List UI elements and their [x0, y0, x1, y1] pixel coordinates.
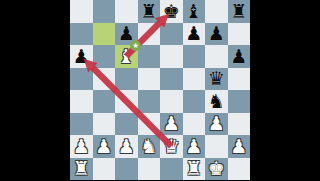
piece-wp-h2[interactable]: ♟	[230, 136, 247, 155]
square-a4[interactable]	[70, 90, 93, 113]
square-f2[interactable]: ♟	[183, 135, 206, 158]
square-g2[interactable]	[205, 135, 228, 158]
square-e5[interactable]	[160, 68, 183, 91]
piece-wk-g1[interactable]: ♚	[208, 159, 225, 178]
piece-bn-g4[interactable]: ♞	[208, 91, 225, 110]
square-f8[interactable]: ♝	[183, 0, 206, 23]
square-c4[interactable]	[115, 90, 138, 113]
square-h6[interactable]: ♟	[228, 45, 251, 68]
square-a3[interactable]	[70, 113, 93, 136]
square-a2[interactable]: ♟	[70, 135, 93, 158]
square-b7[interactable]	[93, 23, 116, 46]
square-b8[interactable]	[93, 0, 116, 23]
square-d7[interactable]	[138, 23, 161, 46]
square-h7[interactable]	[228, 23, 251, 46]
piece-bk-e8[interactable]: ♚	[163, 1, 180, 20]
square-b6[interactable]	[93, 45, 116, 68]
square-g3[interactable]: ♟	[205, 113, 228, 136]
square-b1[interactable]	[93, 158, 116, 181]
piece-bq-g5[interactable]: ♛	[208, 69, 225, 88]
square-c2[interactable]: ♟	[115, 135, 138, 158]
square-g6[interactable]	[205, 45, 228, 68]
square-d1[interactable]	[138, 158, 161, 181]
square-c5[interactable]	[115, 68, 138, 91]
piece-wp-g3[interactable]: ♟	[208, 114, 225, 133]
square-d2[interactable]: ♞	[138, 135, 161, 158]
piece-bp-a6[interactable]: ♟	[73, 46, 90, 65]
square-e2[interactable]: ♛	[160, 135, 183, 158]
square-d8[interactable]: ♜	[138, 0, 161, 23]
square-c8[interactable]	[115, 0, 138, 23]
piece-br-d8[interactable]: ♜	[140, 1, 157, 20]
square-h4[interactable]	[228, 90, 251, 113]
square-f1[interactable]: ♜	[183, 158, 206, 181]
piece-bp-f7[interactable]: ♟	[185, 24, 202, 43]
piece-wr-f1[interactable]: ♜	[185, 159, 202, 178]
square-f6[interactable]	[183, 45, 206, 68]
square-d3[interactable]	[138, 113, 161, 136]
square-d4[interactable]	[138, 90, 161, 113]
square-e3[interactable]: ♟	[160, 113, 183, 136]
square-g5[interactable]: ♛	[205, 68, 228, 91]
piece-wr-a1[interactable]: ♜	[73, 159, 90, 178]
square-d6[interactable]	[138, 45, 161, 68]
square-c3[interactable]	[115, 113, 138, 136]
piece-bp-c7[interactable]: ♟	[118, 24, 135, 43]
square-b3[interactable]	[93, 113, 116, 136]
piece-wp-f2[interactable]: ♟	[185, 136, 202, 155]
square-c6[interactable]: ♝	[115, 45, 138, 68]
square-f3[interactable]	[183, 113, 206, 136]
square-a5[interactable]	[70, 68, 93, 91]
chess-board: ♜♚♝♜♟♟♟♟♝♟♛♞♟♟♟♟♟♞♛♟♟♜♜♚	[70, 0, 250, 180]
square-b2[interactable]: ♟	[93, 135, 116, 158]
square-f4[interactable]	[183, 90, 206, 113]
square-h2[interactable]: ♟	[228, 135, 251, 158]
square-a1[interactable]: ♜	[70, 158, 93, 181]
square-a8[interactable]	[70, 0, 93, 23]
square-c7[interactable]: ♟	[115, 23, 138, 46]
square-e4[interactable]	[160, 90, 183, 113]
square-e7[interactable]	[160, 23, 183, 46]
square-b4[interactable]	[93, 90, 116, 113]
square-b5[interactable]	[93, 68, 116, 91]
square-h5[interactable]	[228, 68, 251, 91]
piece-bp-g7[interactable]: ♟	[208, 24, 225, 43]
video-frame: ♜♚♝♜♟♟♟♟♝♟♛♞♟♟♟♟♟♞♛♟♟♜♜♚ ★	[0, 0, 320, 180]
square-h8[interactable]: ♜	[228, 0, 251, 23]
square-h3[interactable]	[228, 113, 251, 136]
piece-wp-c2[interactable]: ♟	[118, 136, 135, 155]
square-a7[interactable]	[70, 23, 93, 46]
piece-wq-e2[interactable]: ♛	[163, 136, 180, 155]
piece-wp-b2[interactable]: ♟	[95, 136, 112, 155]
square-f5[interactable]	[183, 68, 206, 91]
piece-bp-h6[interactable]: ♟	[230, 46, 247, 65]
piece-wb-c6[interactable]: ♝	[118, 46, 135, 65]
square-g8[interactable]	[205, 0, 228, 23]
square-a6[interactable]: ♟	[70, 45, 93, 68]
square-g7[interactable]: ♟	[205, 23, 228, 46]
square-e8[interactable]: ♚	[160, 0, 183, 23]
piece-wn-d2[interactable]: ♞	[140, 136, 157, 155]
piece-wp-a2[interactable]: ♟	[73, 136, 90, 155]
piece-wp-e3[interactable]: ♟	[163, 114, 180, 133]
square-h1[interactable]	[228, 158, 251, 181]
square-f7[interactable]: ♟	[183, 23, 206, 46]
piece-br-h8[interactable]: ♜	[230, 1, 247, 20]
square-e6[interactable]	[160, 45, 183, 68]
square-d5[interactable]	[138, 68, 161, 91]
piece-bb-f8[interactable]: ♝	[185, 1, 202, 20]
square-g4[interactable]: ♞	[205, 90, 228, 113]
square-e1[interactable]	[160, 158, 183, 181]
square-c1[interactable]	[115, 158, 138, 181]
square-g1[interactable]: ♚	[205, 158, 228, 181]
